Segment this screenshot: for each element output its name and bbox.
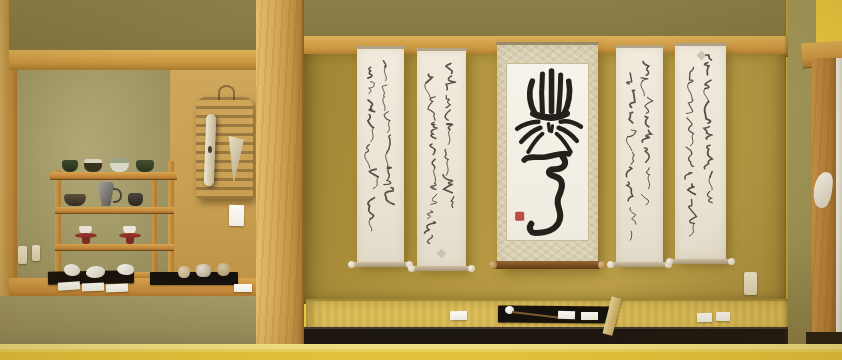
red-artist-seal (515, 212, 524, 221)
tea-room-photo (0, 0, 842, 360)
white-sliding-door (836, 58, 842, 346)
shelf-board-top (50, 172, 177, 180)
calligraphy-columns (357, 48, 404, 263)
wall-outlet (744, 272, 757, 295)
scroll-roller-rod (350, 262, 411, 267)
left-inner-trim (9, 70, 17, 278)
tea-bowl-olive (136, 160, 154, 172)
bold-brush-character (507, 64, 588, 240)
caption-card (82, 283, 104, 292)
shelf-board-3 (55, 244, 174, 251)
caption-card (450, 311, 467, 320)
white-ceramic-piece (64, 264, 80, 276)
bamboo-vase-hole (208, 146, 212, 153)
left-edge-trim (0, 0, 9, 296)
caption-card (234, 284, 252, 292)
dark-ceramic-bowl (64, 194, 86, 206)
scroll-roller-rod (609, 262, 670, 267)
scroll-white-panel (506, 63, 589, 241)
white-ceramic-piece (117, 264, 134, 275)
shelf-board-2 (55, 207, 174, 214)
red-stem-1 (82, 237, 90, 244)
shelf-post-left (55, 170, 61, 284)
pewter-jug-handle (113, 188, 122, 203)
hanging-scroll-2 (417, 50, 466, 267)
hanging-scroll-5 (675, 45, 726, 260)
small-ceramic (217, 263, 230, 276)
shelf-post-mid (152, 172, 157, 272)
tokobashira-pillar (256, 0, 304, 346)
pewter-jug (98, 182, 114, 206)
caption-card (697, 313, 712, 323)
wall-switch-plate (32, 245, 40, 261)
scroll-top-rod (496, 42, 599, 45)
white-ceramic-piece (86, 266, 105, 278)
scroll-roller-rod (410, 266, 473, 271)
center-upper-wall (302, 0, 786, 40)
caption-card (58, 281, 81, 291)
small-ewer (128, 193, 143, 206)
tea-bowl-dark-green (62, 160, 78, 172)
hanging-scroll-1 (357, 48, 404, 263)
caption-card (716, 312, 730, 322)
tea-bowl-celadon (110, 158, 129, 172)
tea-bowl-black (84, 159, 102, 172)
scroll-roller-bar (491, 261, 604, 269)
calligraphy-columns (616, 47, 663, 263)
small-ceramic (196, 264, 211, 277)
caption-card (106, 283, 128, 292)
caption-card (229, 205, 244, 226)
caption-card (581, 312, 598, 320)
light-switch (18, 246, 27, 264)
caption-card (558, 311, 575, 320)
room-tatami-floor (0, 344, 842, 360)
hanging-scroll-center (497, 44, 598, 266)
scroll-roller-rod (668, 259, 733, 264)
red-stem-2 (126, 237, 134, 244)
calligraphy-columns (675, 45, 726, 260)
small-ceramic (178, 266, 190, 278)
calligraphy-columns (417, 50, 466, 267)
hanging-scroll-4 (616, 47, 663, 263)
